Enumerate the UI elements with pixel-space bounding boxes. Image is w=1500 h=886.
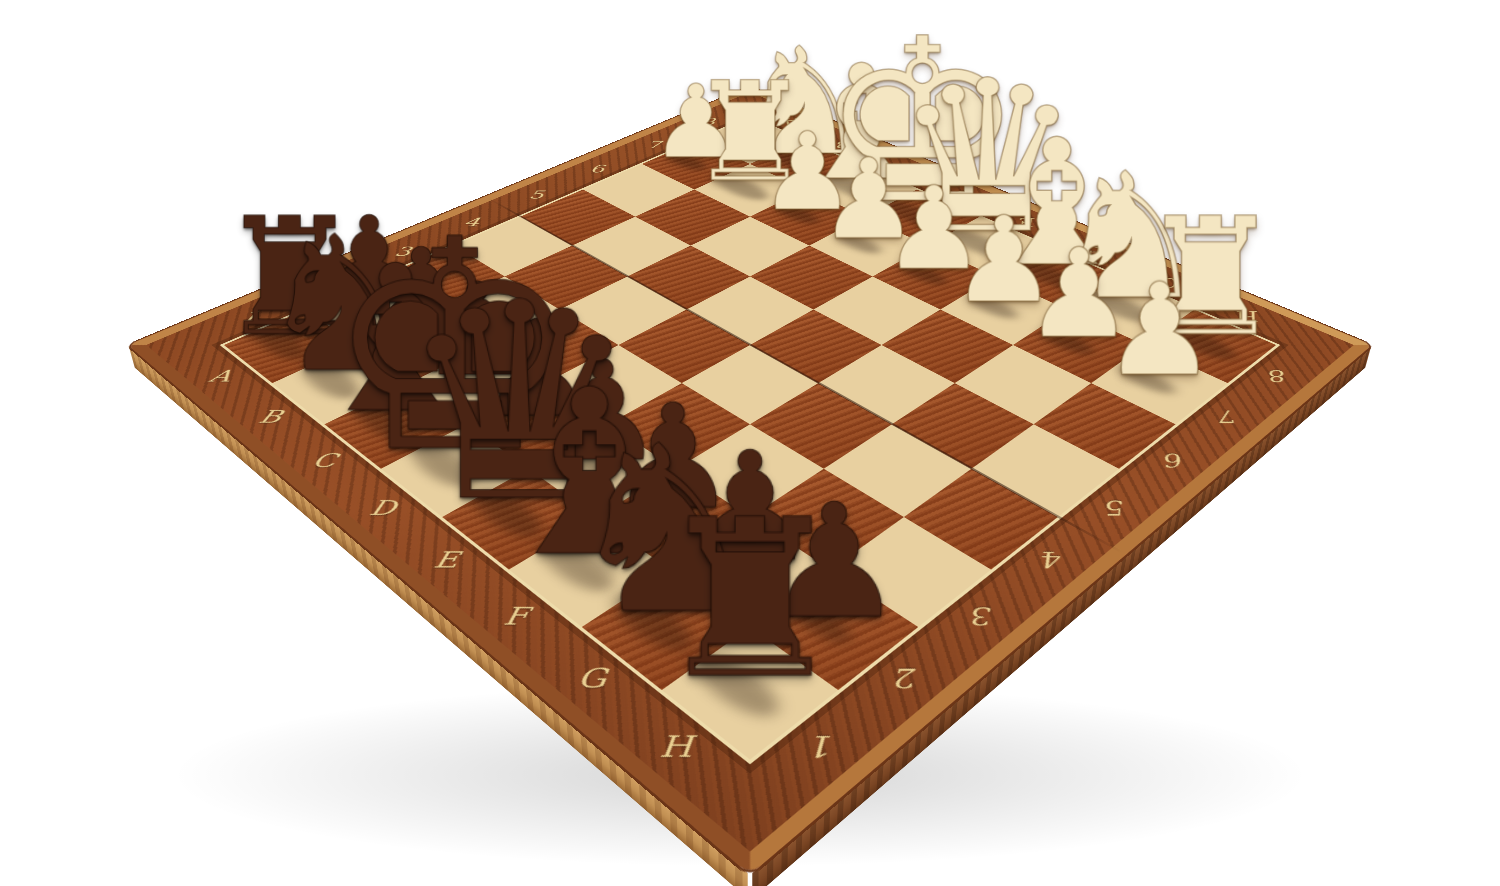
product-photo-page: AABBCCDDEEFFGGHH1122334455667788 ♞♝♚♛♝♞♜… (0, 0, 1500, 886)
black-rook[interactable]: ♜ (653, 490, 848, 707)
chess-board: AABBCCDDEEFFGGHH1122334455667788 ♞♝♚♛♝♞♜… (128, 86, 1373, 875)
white-pawn[interactable]: ♟ (1102, 266, 1216, 394)
scene: AABBCCDDEEFFGGHH1122334455667788 ♞♝♚♛♝♞♜… (0, 0, 1500, 886)
